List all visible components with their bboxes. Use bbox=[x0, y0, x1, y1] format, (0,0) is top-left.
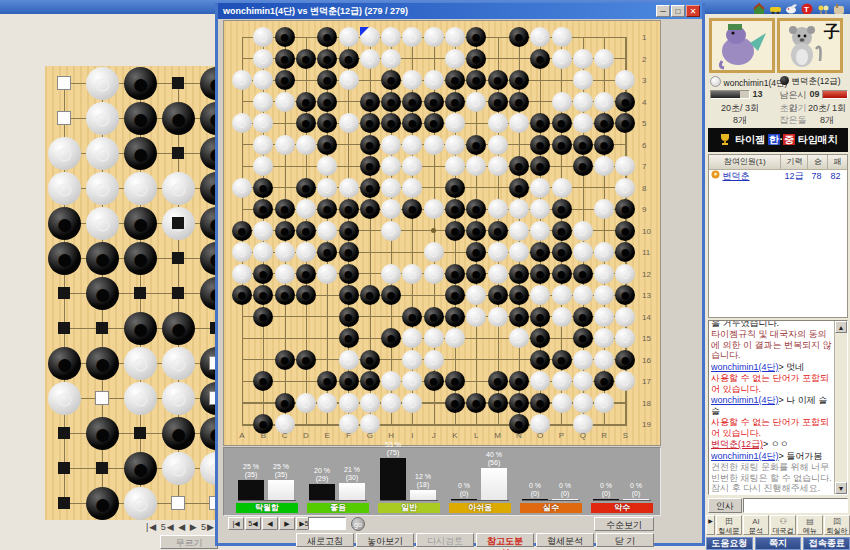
white-stone-P8: ○ bbox=[552, 178, 572, 198]
white-stone-K15: ○ bbox=[445, 328, 465, 348]
coord-number-1: 1 bbox=[642, 33, 656, 42]
black-stone-G6: ● bbox=[360, 135, 380, 155]
white-stone-J11: ○ bbox=[424, 242, 444, 262]
white-stone-H10: ○ bbox=[381, 221, 401, 241]
black-stone-H15: ● bbox=[381, 328, 401, 348]
toolbar-leave-room[interactable]: 回퇴실하기 bbox=[824, 515, 850, 535]
coord-letter-O: O bbox=[533, 431, 547, 440]
coord-letter-D: D bbox=[299, 431, 313, 440]
white-stone: ○ bbox=[86, 67, 119, 100]
white-stone-Q18: ○ bbox=[573, 393, 593, 413]
black-stone-P16: ● bbox=[552, 350, 572, 370]
chart-baseline bbox=[593, 500, 651, 501]
black-stone-C3: ● bbox=[275, 70, 295, 90]
white-bar bbox=[410, 490, 436, 500]
white-stone-D18: ○ bbox=[296, 393, 316, 413]
black-stone-K13: ● bbox=[445, 285, 465, 305]
chat-nick[interactable]: wonchimin1(4단) bbox=[711, 395, 779, 405]
black-stone-G9: ● bbox=[360, 199, 380, 219]
black-stone-S4: ● bbox=[615, 92, 635, 112]
dove-icon[interactable] bbox=[785, 1, 798, 13]
black-captures: 8개 bbox=[806, 114, 848, 127]
background-go-board: ○●●○●●●○○●●○○○○●●○●○●●●●●●●●●●●○○●○○○●●●… bbox=[45, 66, 215, 520]
coord-number-7: 7 bbox=[642, 162, 656, 171]
white-stone-A3: ○ bbox=[232, 70, 252, 90]
black-stone-F12: ● bbox=[339, 264, 359, 284]
white-bar-label: 12 %(18) bbox=[408, 473, 438, 489]
cmd-닫 기[interactable]: 닫 기 bbox=[596, 533, 654, 547]
black-player-name: 변덕춘(12급) bbox=[780, 76, 841, 88]
chart-group-4: 0 %(0)40 %(56) bbox=[449, 449, 515, 501]
white-stone-S8: ○ bbox=[615, 178, 635, 198]
black-stone-D8: ● bbox=[296, 178, 316, 198]
white-stone-Q17: ○ bbox=[573, 371, 593, 391]
white-time-value: 13 bbox=[753, 89, 763, 99]
black-territory-marker bbox=[58, 322, 70, 334]
white-stone-G2: ○ bbox=[360, 49, 380, 69]
white-stone-P17: ○ bbox=[552, 371, 572, 391]
white-stone-N15: ○ bbox=[509, 328, 529, 348]
black-territory-marker bbox=[58, 497, 70, 509]
white-captures: 8개 bbox=[710, 114, 770, 127]
leave-room-icon: 回 bbox=[825, 517, 849, 526]
coord-letter-B: B bbox=[256, 431, 270, 440]
white-stone-Q16: ○ bbox=[573, 350, 593, 370]
black-stone-O12: ● bbox=[530, 264, 550, 284]
black-stone-N1: ● bbox=[509, 27, 529, 47]
coord-number-15: 15 bbox=[642, 334, 656, 343]
white-stone-R11: ○ bbox=[594, 242, 614, 262]
black-stone-H13: ● bbox=[381, 285, 401, 305]
white-stone-O8: ○ bbox=[530, 178, 550, 198]
white-stone: ○ bbox=[86, 137, 119, 170]
black-stone-Q14: ● bbox=[573, 307, 593, 327]
black-stone-C18: ● bbox=[275, 393, 295, 413]
white-stone-R4: ○ bbox=[594, 92, 614, 112]
tygem-badge-icon[interactable]: T bbox=[801, 1, 814, 13]
black-stone: ● bbox=[124, 67, 157, 100]
black-stone: ● bbox=[124, 312, 157, 345]
black-stone-C13: ● bbox=[275, 285, 295, 305]
toolbar-menu[interactable]: ▤메뉴 bbox=[797, 515, 823, 535]
white-stone-C12: ○ bbox=[275, 264, 295, 284]
ai-analysis-icon: AI bbox=[744, 517, 768, 526]
black-bar-label: 0 %(0) bbox=[591, 482, 621, 498]
white-stone-Q3: ○ bbox=[573, 70, 593, 90]
category-label-2[interactable]: 좋음 bbox=[307, 503, 369, 513]
window-controls: ─ □ ✕ bbox=[656, 5, 700, 17]
white-stone-P14: ○ bbox=[552, 307, 572, 327]
event-banner[interactable]: 타이젬 한·중 타임매치 bbox=[708, 128, 848, 152]
banner-prefix: 타이젬 bbox=[735, 134, 765, 145]
bottom-buttons: 도움요청쪽지접속종료 bbox=[706, 537, 850, 550]
white-stone-H7: ○ bbox=[381, 156, 401, 176]
coord-letter-R: R bbox=[597, 431, 611, 440]
black-player-name-text: 변덕춘(12급) bbox=[792, 76, 841, 86]
chart-group-3: 53 %(75)12 %(18) bbox=[378, 449, 444, 501]
toolbar-ai-analysis[interactable]: AI분석 bbox=[743, 515, 769, 535]
participant-list-header: 참여인원(1) 기력 승 패 bbox=[709, 155, 847, 170]
go-board[interactable]: ○●●○○○○○○●●○○○●●●●○○○●●○○○○○●●○●○○●●●●○○… bbox=[223, 20, 661, 446]
coord-number-4: 4 bbox=[642, 98, 656, 107]
black-stone-L18: ● bbox=[466, 393, 486, 413]
white-stone-F18: ○ bbox=[339, 393, 359, 413]
black-stone-C2: ● bbox=[275, 49, 295, 69]
participant-rows: 변덕춘12급7882 bbox=[709, 170, 847, 183]
avatar-white-player bbox=[709, 18, 775, 73]
black-stone-N8: ● bbox=[509, 178, 529, 198]
mailbox-icon[interactable] bbox=[833, 1, 846, 13]
black-stone-Q6: ● bbox=[573, 135, 593, 155]
cmd-새로고침[interactable]: 새로고침 bbox=[296, 533, 354, 547]
chart-baseline bbox=[380, 500, 438, 501]
black-stone-H5: ● bbox=[381, 113, 401, 133]
white-stone-C6: ○ bbox=[275, 135, 295, 155]
white-stone-H17: ○ bbox=[381, 371, 401, 391]
white-stone-B10: ○ bbox=[253, 221, 273, 241]
undo-button[interactable]: 무르기 bbox=[160, 535, 218, 549]
cmd-참고도분석[interactable]: 참고도분석 bbox=[476, 533, 534, 547]
vcr-button-0[interactable]: |◀ bbox=[228, 517, 244, 530]
black-stone-K3: ● bbox=[445, 70, 465, 90]
evaluation-chart: 25 %(35)25 %(35)탁월함20 %(29)21 %(30)좋음53 … bbox=[223, 447, 661, 516]
chart-baseline bbox=[238, 500, 296, 501]
white-stone-J3: ○ bbox=[424, 70, 444, 90]
bottom-도움요청[interactable]: 도움요청 bbox=[706, 537, 753, 550]
greeting-button[interactable]: 인사말 bbox=[708, 498, 742, 513]
black-stone: ● bbox=[86, 487, 119, 520]
black-territory-marker bbox=[58, 287, 70, 299]
black-stone-S5: ● bbox=[615, 113, 635, 133]
chat-panel[interactable]: wonchimin1 님에게 흑 1집승을 거두었습니다.타이젬규칙 및 대국자… bbox=[708, 320, 848, 495]
coord-letter-A: A bbox=[235, 431, 249, 440]
white-stone: ○ bbox=[124, 347, 157, 380]
black-stone-S10: ● bbox=[615, 221, 635, 241]
white-stone-I18: ○ bbox=[402, 393, 422, 413]
black-stone-G17: ● bbox=[360, 371, 380, 391]
white-stone: ○ bbox=[86, 102, 119, 135]
black-territory-marker bbox=[172, 77, 184, 89]
black-stone-S9: ● bbox=[615, 199, 635, 219]
white-stone-I8: ○ bbox=[402, 178, 422, 198]
black-stone-O2: ● bbox=[530, 49, 550, 69]
chat-message: 건전한 채팅 문화를 위해 너무 빈번한 채팅은 할 수 없습니다. 잠시 후 … bbox=[711, 495, 833, 496]
black-stone-M10: ● bbox=[488, 221, 508, 241]
category-label-6[interactable]: 악수 bbox=[591, 503, 653, 513]
white-stone-A8: ○ bbox=[232, 178, 252, 198]
chat-input[interactable] bbox=[743, 498, 848, 513]
white-territory-marker bbox=[58, 77, 70, 89]
white-bar-label: 40 %(56) bbox=[479, 451, 509, 467]
black-stone: ● bbox=[48, 347, 81, 380]
white-stone-S7: ○ bbox=[615, 156, 635, 176]
white-stone-R7: ○ bbox=[594, 156, 614, 176]
black-stone-L12: ● bbox=[466, 264, 486, 284]
bottom-쪽지[interactable]: 쪽지 bbox=[755, 537, 802, 550]
bottom-접속종료[interactable]: 접속종료 bbox=[803, 537, 850, 550]
chat-scrollbar[interactable]: ▲ ▼ bbox=[834, 321, 847, 494]
white-stone-S15: ○ bbox=[615, 328, 635, 348]
col-participants[interactable]: 참여인원(1) bbox=[709, 155, 781, 169]
avatar-black-player: 子 bbox=[777, 18, 843, 73]
white-stone-Q5: ○ bbox=[573, 113, 593, 133]
white-stone-D6: ○ bbox=[296, 135, 316, 155]
col-losses[interactable]: 패 bbox=[828, 155, 847, 169]
black-stone: ● bbox=[86, 277, 119, 310]
white-stone-D11: ○ bbox=[296, 242, 316, 262]
minimize-button[interactable]: ─ bbox=[656, 5, 670, 17]
black-stone-H3: ● bbox=[381, 70, 401, 90]
lamp-icon[interactable] bbox=[817, 1, 830, 13]
black-territory-marker bbox=[58, 427, 70, 439]
category-label-4[interactable]: 아쉬움 bbox=[449, 503, 511, 513]
black-stone-L6: ● bbox=[466, 135, 486, 155]
white-stone-R18: ○ bbox=[594, 393, 614, 413]
black-stone-P5: ● bbox=[552, 113, 572, 133]
white-player-name: wonchimin1(4단) bbox=[710, 76, 787, 90]
toolbar-game-review[interactable]: ⚇대국검토 bbox=[770, 515, 796, 535]
black-stone: ● bbox=[124, 452, 157, 485]
white-stone: ○ bbox=[48, 172, 81, 205]
black-stone-O14: ● bbox=[530, 307, 550, 327]
black-stone-J17: ● bbox=[424, 371, 444, 391]
white-stone-A11: ○ bbox=[232, 242, 252, 262]
white-stone-R12: ○ bbox=[594, 264, 614, 284]
participant-row[interactable]: 변덕춘12급7882 bbox=[709, 170, 847, 183]
black-stone-D13: ● bbox=[296, 285, 316, 305]
white-stone-P13: ○ bbox=[552, 285, 572, 305]
background-window: ○●●○●●●○○●●○○○○●●○●○●●●●●●●●●●●○○●○○○●●●… bbox=[0, 14, 215, 550]
vcr-button-2[interactable]: ◀ bbox=[262, 517, 278, 530]
black-stone-K12: ● bbox=[445, 264, 465, 284]
black-stone: ● bbox=[48, 207, 81, 240]
command-buttons: 새로고침놓아보기다시검토참고도분석형세분석닫 기 bbox=[296, 533, 654, 547]
black-stone-F2: ● bbox=[339, 49, 359, 69]
maximize-button[interactable]: □ bbox=[671, 5, 685, 17]
move-number-input[interactable] bbox=[308, 517, 346, 530]
white-stone-I16: ○ bbox=[402, 350, 422, 370]
white-stone-H12: ○ bbox=[381, 264, 401, 284]
chat-nick[interactable]: wonchimin1(4단) bbox=[711, 451, 779, 461]
black-stone: ● bbox=[124, 242, 157, 275]
cmd-다시검토[interactable]: 다시검토 bbox=[416, 533, 474, 547]
black-territory-marker bbox=[134, 287, 146, 299]
black-stone-D16: ● bbox=[296, 350, 316, 370]
white-stone-N5: ○ bbox=[509, 113, 529, 133]
white-stone-I6: ○ bbox=[402, 135, 422, 155]
white-stone-D9: ○ bbox=[296, 199, 316, 219]
black-stone-I4: ● bbox=[402, 92, 422, 112]
black-stone: ● bbox=[124, 207, 157, 240]
category-label-5[interactable]: 실수 bbox=[520, 503, 582, 513]
toolbar-collapse-handle[interactable]: ▶ bbox=[706, 515, 715, 535]
black-stone: ● bbox=[162, 102, 195, 135]
black-stone-R17: ● bbox=[594, 371, 614, 391]
black-territory-marker bbox=[172, 287, 184, 299]
white-stone-O10: ○ bbox=[530, 221, 550, 241]
chart-group-6: 0 %(0)0 %(0) bbox=[591, 449, 657, 501]
white-stone: ○ bbox=[48, 382, 81, 415]
black-stone-D4: ● bbox=[296, 92, 316, 112]
cmd-놓아보기[interactable]: 놓아보기 bbox=[356, 533, 414, 547]
black-stone-N4: ● bbox=[509, 92, 529, 112]
chart-group-2: 20 %(29)21 %(30) bbox=[307, 449, 373, 501]
white-stone: ○ bbox=[86, 207, 119, 240]
col-wins[interactable]: 승 bbox=[808, 155, 828, 169]
black-stone-Q7: ● bbox=[573, 156, 593, 176]
black-stone-O16: ● bbox=[530, 350, 550, 370]
chat-message: wonchimin1(4단)> 들어가봄 bbox=[711, 451, 833, 462]
white-stone-Q2: ○ bbox=[573, 49, 593, 69]
white-stone: ○ bbox=[124, 172, 157, 205]
black-stone-K8: ● bbox=[445, 178, 465, 198]
car-icon[interactable] bbox=[769, 1, 782, 13]
white-stone-M11: ○ bbox=[488, 242, 508, 262]
chat-message: 사용할 수 없는 단어가 포함되어 있습니다. bbox=[711, 417, 833, 438]
black-stone-P10: ● bbox=[552, 221, 572, 241]
chat-nick[interactable]: wonchimin1(4단) bbox=[711, 362, 779, 372]
coord-number-13: 13 bbox=[642, 291, 656, 300]
background-vcr-controls[interactable]: |◀ 5◀ ◀ ▶ 5▶ bbox=[0, 522, 217, 535]
go-button[interactable]: go bbox=[351, 517, 365, 531]
black-stone-N13: ● bbox=[509, 285, 529, 305]
black-territory-marker bbox=[58, 462, 70, 474]
black-stone-J4: ● bbox=[424, 92, 444, 112]
coord-number-11: 11 bbox=[642, 248, 656, 257]
svg-text:T: T bbox=[804, 5, 809, 14]
white-stone-M7: ○ bbox=[488, 156, 508, 176]
toolbar-analysis[interactable]: 田형세분석 bbox=[716, 515, 742, 535]
chart-group-5: 0 %(0)0 %(0) bbox=[520, 449, 586, 501]
white-stone-J9: ○ bbox=[424, 199, 444, 219]
black-stone-I14: ● bbox=[402, 307, 422, 327]
black-stone-N12: ● bbox=[509, 264, 529, 284]
black-stone-F11: ● bbox=[339, 242, 359, 262]
white-stone-J1: ○ bbox=[424, 27, 444, 47]
window-title: wonchimin1(4단) vs 변덕춘(12급) (279 / 279) ─… bbox=[218, 3, 702, 19]
black-bar-label: 25 %(35) bbox=[236, 463, 266, 479]
vcr-button-1[interactable]: 5◀ bbox=[245, 517, 261, 530]
black-stone-C9: ● bbox=[275, 199, 295, 219]
white-stone-R16: ○ bbox=[594, 350, 614, 370]
game-window: wonchimin1(4단) vs 변덕춘(12급) (279 / 279) ─… bbox=[215, 3, 705, 546]
menu-icon: ▤ bbox=[798, 517, 822, 526]
coord-letter-S: S bbox=[618, 431, 632, 440]
black-stone-Q12: ● bbox=[573, 264, 593, 284]
scroll-down-arrow[interactable]: ▼ bbox=[835, 482, 847, 494]
cmd-형세분석[interactable]: 형세분석 bbox=[536, 533, 594, 547]
black-stone: ● bbox=[48, 242, 81, 275]
scroll-up-arrow[interactable]: ▲ bbox=[835, 321, 847, 333]
coord-number-16: 16 bbox=[642, 356, 656, 365]
chat-message: 변덕춘(12급)> ㅇㅇ bbox=[711, 439, 833, 450]
white-stone-K2: ○ bbox=[445, 49, 465, 69]
white-stone-P1: ○ bbox=[552, 27, 572, 47]
category-label-3[interactable]: 일반 bbox=[378, 503, 440, 513]
close-button[interactable]: ✕ bbox=[686, 5, 700, 17]
chart-group-1: 25 %(35)25 %(35) bbox=[236, 449, 302, 501]
black-stone-O6: ● bbox=[530, 135, 550, 155]
white-stone: ○ bbox=[48, 137, 81, 170]
category-label-1[interactable]: 탁월함 bbox=[236, 503, 298, 513]
chart-baseline bbox=[451, 500, 509, 501]
white-stone-P2: ○ bbox=[552, 49, 572, 69]
black-stone-S16: ● bbox=[615, 350, 635, 370]
black-stone-L2: ● bbox=[466, 49, 486, 69]
black-stone-S13: ● bbox=[615, 285, 635, 305]
white-stone-Q11: ○ bbox=[573, 242, 593, 262]
black-stone-icon bbox=[780, 76, 789, 85]
black-stone-R6: ● bbox=[594, 135, 614, 155]
white-stone-R13: ○ bbox=[594, 285, 614, 305]
white-stone-Q13: ○ bbox=[573, 285, 593, 305]
game-review-icon: ⚇ bbox=[771, 517, 795, 526]
white-stone-F5: ○ bbox=[339, 113, 359, 133]
white-stone-S17: ○ bbox=[615, 371, 635, 391]
black-stone-P9: ● bbox=[552, 199, 572, 219]
white-bar-label: 21 %(30) bbox=[337, 466, 367, 482]
white-stone-C4: ○ bbox=[275, 92, 295, 112]
black-stone-O18: ● bbox=[530, 393, 550, 413]
chat-nick[interactable]: 변덕춘(12급) bbox=[711, 439, 763, 449]
black-stone-G8: ● bbox=[360, 178, 380, 198]
coord-letter-M: M bbox=[491, 431, 505, 440]
chart-baseline bbox=[522, 500, 580, 501]
white-stone-A5: ○ bbox=[232, 113, 252, 133]
white-stone: ○ bbox=[162, 452, 195, 485]
white-stone-L14: ○ bbox=[466, 307, 486, 327]
white-stone-Q4: ○ bbox=[573, 92, 593, 112]
black-stone-D12: ● bbox=[296, 264, 316, 284]
black-stone-F15: ● bbox=[339, 328, 359, 348]
black-stone-M13: ● bbox=[488, 285, 508, 305]
chat-messages: wonchimin1 님에게 흑 1집승을 거두었습니다.타이젬규칙 및 대국자… bbox=[711, 320, 833, 495]
vcr-button-3[interactable]: ▶ bbox=[279, 517, 295, 530]
white-stone-H8: ○ bbox=[381, 178, 401, 198]
coord-number-18: 18 bbox=[642, 399, 656, 408]
coord-letter-L: L bbox=[469, 431, 483, 440]
black-stone-G7: ● bbox=[360, 156, 380, 176]
black-stone-M18: ● bbox=[488, 393, 508, 413]
last-move-marker bbox=[360, 27, 369, 36]
coord-letter-Q: Q bbox=[576, 431, 590, 440]
black-stone-M3: ● bbox=[488, 70, 508, 90]
black-stone-B12: ● bbox=[253, 264, 273, 284]
black-stone-G4: ● bbox=[360, 92, 380, 112]
black-stone-K4: ● bbox=[445, 92, 465, 112]
white-stone-K7: ○ bbox=[445, 156, 465, 176]
black-bar-label: 0 %(0) bbox=[520, 482, 550, 498]
window-title-text: wonchimin1(4단) vs 변덕춘(12급) (279 / 279) bbox=[223, 6, 408, 16]
chat-message: 사용할 수 없는 단어가 포함되어 있습니다. bbox=[711, 373, 833, 394]
black-stone-E2: ● bbox=[317, 49, 337, 69]
white-stone-L4: ○ bbox=[466, 92, 486, 112]
coord-letter-C: C bbox=[278, 431, 292, 440]
black-stone: ● bbox=[86, 242, 119, 275]
show-moves-button[interactable]: 수순보기 bbox=[594, 517, 654, 531]
analysis-icon: 田 bbox=[717, 517, 741, 526]
white-stone-B4: ○ bbox=[253, 92, 273, 112]
black-stone-F9: ● bbox=[339, 199, 359, 219]
col-rank[interactable]: 기력 bbox=[781, 155, 808, 169]
white-stone-F8: ○ bbox=[339, 178, 359, 198]
white-stone-K1: ○ bbox=[445, 27, 465, 47]
black-stone-K9: ● bbox=[445, 199, 465, 219]
black-stone-M17: ● bbox=[488, 371, 508, 391]
coord-letter-G: G bbox=[363, 431, 377, 440]
home-icon[interactable] bbox=[753, 1, 766, 13]
black-stone-B8: ● bbox=[253, 178, 273, 198]
